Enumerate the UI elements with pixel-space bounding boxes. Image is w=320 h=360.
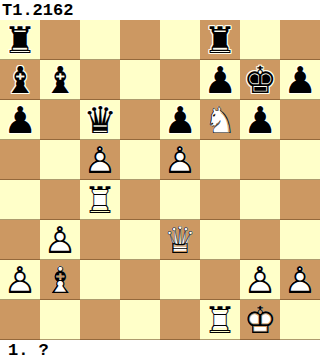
black-pawn-icon: ♟ <box>200 60 240 100</box>
square-d6[interactable] <box>120 100 160 140</box>
square-f2[interactable] <box>200 260 240 300</box>
white-pawn-outline-icon: ♙ <box>280 260 320 300</box>
square-e7[interactable] <box>160 60 200 100</box>
black-pawn-icon: ♟ <box>280 60 320 100</box>
piece-white-pawn[interactable]: ♟♙ <box>240 260 280 300</box>
square-b1[interactable] <box>40 300 80 340</box>
square-b8[interactable] <box>40 20 80 60</box>
white-pawn-outline-icon: ♙ <box>160 140 200 180</box>
square-a2[interactable]: ♟♙ <box>0 260 40 300</box>
move-prompt: 1. ? <box>8 341 49 360</box>
piece-black-rook[interactable]: ♜ <box>200 20 240 60</box>
problem-id: T1.2162 <box>2 1 73 20</box>
white-pawn-outline-icon: ♙ <box>240 260 280 300</box>
square-b4[interactable] <box>40 180 80 220</box>
square-f4[interactable] <box>200 180 240 220</box>
square-h8[interactable] <box>280 20 320 60</box>
piece-black-bishop[interactable]: ♝ <box>40 60 80 100</box>
square-d5[interactable] <box>120 140 160 180</box>
square-c6[interactable]: ♛ <box>80 100 120 140</box>
square-g5[interactable] <box>240 140 280 180</box>
piece-white-pawn[interactable]: ♟♙ <box>40 220 80 260</box>
piece-white-pawn[interactable]: ♟♙ <box>80 140 120 180</box>
black-rook-icon: ♜ <box>0 20 40 60</box>
square-c4[interactable]: ♜♖ <box>80 180 120 220</box>
square-d8[interactable] <box>120 20 160 60</box>
piece-white-king[interactable]: ♚♔ <box>240 300 280 340</box>
square-b5[interactable] <box>40 140 80 180</box>
square-b2[interactable]: ♝♗ <box>40 260 80 300</box>
black-bishop-icon: ♝ <box>0 60 40 100</box>
chess-problem-window: T1.2162 ♜♜♝♝♟♚♟♟♛♟♞♘♟♟♙♟♙♜♖♟♙♛♕♟♙♝♗♟♙♟♙♜… <box>0 0 320 360</box>
piece-black-bishop[interactable]: ♝ <box>0 60 40 100</box>
square-f1[interactable]: ♜♖ <box>200 300 240 340</box>
white-rook-outline-icon: ♖ <box>200 300 240 340</box>
square-a3[interactable] <box>0 220 40 260</box>
square-h2[interactable]: ♟♙ <box>280 260 320 300</box>
piece-white-pawn[interactable]: ♟♙ <box>0 260 40 300</box>
black-king-icon: ♚ <box>240 60 280 100</box>
square-d2[interactable] <box>120 260 160 300</box>
square-g3[interactable] <box>240 220 280 260</box>
square-c2[interactable] <box>80 260 120 300</box>
piece-black-queen[interactable]: ♛ <box>80 100 120 140</box>
black-queen-icon: ♛ <box>80 100 120 140</box>
footer-bar: 1. ? <box>0 340 320 360</box>
black-pawn-icon: ♟ <box>0 100 40 140</box>
white-knight-outline-icon: ♘ <box>200 100 240 140</box>
white-bishop-outline-icon: ♗ <box>40 260 80 300</box>
square-a8[interactable]: ♜ <box>0 20 40 60</box>
square-g8[interactable] <box>240 20 280 60</box>
white-rook-outline-icon: ♖ <box>80 180 120 220</box>
square-e6[interactable]: ♟ <box>160 100 200 140</box>
square-h5[interactable] <box>280 140 320 180</box>
piece-white-rook[interactable]: ♜♖ <box>80 180 120 220</box>
piece-black-pawn[interactable]: ♟ <box>160 100 200 140</box>
square-a4[interactable] <box>0 180 40 220</box>
piece-black-rook[interactable]: ♜ <box>0 20 40 60</box>
square-h7[interactable]: ♟ <box>280 60 320 100</box>
square-c7[interactable] <box>80 60 120 100</box>
square-c1[interactable] <box>80 300 120 340</box>
square-g1[interactable]: ♚♔ <box>240 300 280 340</box>
square-e3[interactable]: ♛♕ <box>160 220 200 260</box>
piece-white-knight[interactable]: ♞♘ <box>200 100 240 140</box>
square-b7[interactable]: ♝ <box>40 60 80 100</box>
square-g7[interactable]: ♚ <box>240 60 280 100</box>
piece-black-pawn[interactable]: ♟ <box>280 60 320 100</box>
square-e8[interactable] <box>160 20 200 60</box>
square-a5[interactable] <box>0 140 40 180</box>
square-e1[interactable] <box>160 300 200 340</box>
black-rook-icon: ♜ <box>200 20 240 60</box>
square-h4[interactable] <box>280 180 320 220</box>
piece-white-bishop[interactable]: ♝♗ <box>40 260 80 300</box>
square-h6[interactable] <box>280 100 320 140</box>
square-d3[interactable] <box>120 220 160 260</box>
black-pawn-icon: ♟ <box>240 100 280 140</box>
square-c5[interactable]: ♟♙ <box>80 140 120 180</box>
square-b3[interactable]: ♟♙ <box>40 220 80 260</box>
square-a7[interactable]: ♝ <box>0 60 40 100</box>
square-a1[interactable] <box>0 300 40 340</box>
chess-board: ♜♜♝♝♟♚♟♟♛♟♞♘♟♟♙♟♙♜♖♟♙♛♕♟♙♝♗♟♙♟♙♜♖♚♔ <box>0 20 320 340</box>
square-d7[interactable] <box>120 60 160 100</box>
header-bar: T1.2162 <box>0 0 320 20</box>
square-g6[interactable]: ♟ <box>240 100 280 140</box>
white-pawn-outline-icon: ♙ <box>0 260 40 300</box>
square-f3[interactable] <box>200 220 240 260</box>
white-king-outline-icon: ♔ <box>240 300 280 340</box>
white-pawn-outline-icon: ♙ <box>40 220 80 260</box>
square-g4[interactable] <box>240 180 280 220</box>
piece-black-pawn[interactable]: ♟ <box>240 100 280 140</box>
square-e4[interactable] <box>160 180 200 220</box>
square-b6[interactable] <box>40 100 80 140</box>
square-g2[interactable]: ♟♙ <box>240 260 280 300</box>
black-pawn-icon: ♟ <box>160 100 200 140</box>
square-f5[interactable] <box>200 140 240 180</box>
white-queen-outline-icon: ♕ <box>160 220 200 260</box>
piece-white-pawn[interactable]: ♟♙ <box>280 260 320 300</box>
square-h3[interactable] <box>280 220 320 260</box>
white-pawn-outline-icon: ♙ <box>80 140 120 180</box>
square-d1[interactable] <box>120 300 160 340</box>
square-d4[interactable] <box>120 180 160 220</box>
square-h1[interactable] <box>280 300 320 340</box>
piece-black-pawn[interactable]: ♟ <box>200 60 240 100</box>
square-f8[interactable]: ♜ <box>200 20 240 60</box>
square-c8[interactable] <box>80 20 120 60</box>
square-f6[interactable]: ♞♘ <box>200 100 240 140</box>
piece-white-queen[interactable]: ♛♕ <box>160 220 200 260</box>
square-e5[interactable]: ♟♙ <box>160 140 200 180</box>
piece-white-rook[interactable]: ♜♖ <box>200 300 240 340</box>
piece-black-king[interactable]: ♚ <box>240 60 280 100</box>
square-c3[interactable] <box>80 220 120 260</box>
square-e2[interactable] <box>160 260 200 300</box>
black-bishop-icon: ♝ <box>40 60 80 100</box>
piece-black-pawn[interactable]: ♟ <box>0 100 40 140</box>
square-f7[interactable]: ♟ <box>200 60 240 100</box>
piece-white-pawn[interactable]: ♟♙ <box>160 140 200 180</box>
square-a6[interactable]: ♟ <box>0 100 40 140</box>
